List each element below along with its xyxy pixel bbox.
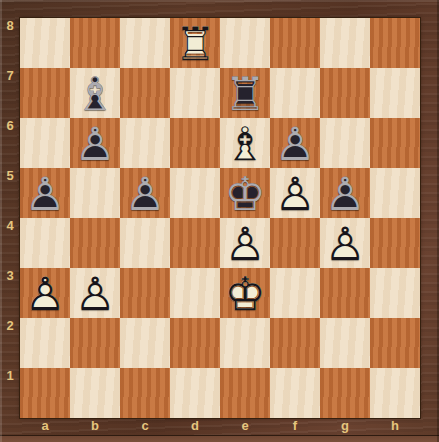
bishop-glyph-outline: ♗ xyxy=(220,118,270,168)
piece-black-pawn-a5[interactable]: ♟♙ xyxy=(20,168,70,218)
king-glyph-outline: ♔ xyxy=(220,168,270,218)
square-c1[interactable] xyxy=(120,368,170,418)
file-label-g: g xyxy=(320,418,370,438)
square-g8[interactable] xyxy=(320,18,370,68)
square-g4[interactable]: ♟♙ xyxy=(320,218,370,268)
file-label-e: e xyxy=(220,418,270,438)
chess-board: ♜♖♝♗♜♖♟♙♝♗♟♙♟♙♟♙♚♔♟♙♟♙♟♙♟♙♟♙♟♙♚♔ xyxy=(20,18,420,418)
square-b6[interactable]: ♟♙ xyxy=(70,118,120,168)
square-a1[interactable] xyxy=(20,368,70,418)
piece-black-pawn-f6[interactable]: ♟♙ xyxy=(270,118,320,168)
piece-white-pawn-f5[interactable]: ♟♙ xyxy=(270,168,320,218)
pawn-glyph-outline: ♙ xyxy=(270,168,320,218)
square-f7[interactable] xyxy=(270,68,320,118)
bishop-glyph-outline: ♗ xyxy=(70,68,120,118)
square-g7[interactable] xyxy=(320,68,370,118)
square-b7[interactable]: ♝♗ xyxy=(70,68,120,118)
piece-black-pawn-g5[interactable]: ♟♙ xyxy=(320,168,370,218)
piece-white-king-e3[interactable]: ♚♔ xyxy=(220,268,270,318)
square-d5[interactable] xyxy=(170,168,220,218)
square-d1[interactable] xyxy=(170,368,220,418)
square-c7[interactable] xyxy=(120,68,170,118)
rank-label-3: 3 xyxy=(0,268,20,318)
square-b4[interactable] xyxy=(70,218,120,268)
square-c2[interactable] xyxy=(120,318,170,368)
square-h8[interactable] xyxy=(370,18,420,68)
square-e4[interactable]: ♟♙ xyxy=(220,218,270,268)
piece-white-pawn-a3[interactable]: ♟♙ xyxy=(20,268,70,318)
square-b3[interactable]: ♟♙ xyxy=(70,268,120,318)
rank-labels: 87654321 xyxy=(0,18,20,418)
square-h6[interactable] xyxy=(370,118,420,168)
chess-app: 87654321 abcdefgh ♜♖♝♗♜♖♟♙♝♗♟♙♟♙♟♙♚♔♟♙♟♙… xyxy=(0,0,439,442)
file-label-d: d xyxy=(170,418,220,438)
square-b8[interactable] xyxy=(70,18,120,68)
square-f2[interactable] xyxy=(270,318,320,368)
file-label-b: b xyxy=(70,418,120,438)
pawn-glyph-outline: ♙ xyxy=(70,268,120,318)
piece-black-king-e5[interactable]: ♚♔ xyxy=(220,168,270,218)
square-d8[interactable]: ♜♖ xyxy=(170,18,220,68)
square-e5[interactable]: ♚♔ xyxy=(220,168,270,218)
square-f8[interactable] xyxy=(270,18,320,68)
king-glyph-outline: ♔ xyxy=(220,268,270,318)
rank-label-6: 6 xyxy=(0,118,20,168)
pawn-glyph-outline: ♙ xyxy=(220,218,270,268)
square-h1[interactable] xyxy=(370,368,420,418)
file-label-h: h xyxy=(370,418,420,438)
square-e6[interactable]: ♝♗ xyxy=(220,118,270,168)
square-e3[interactable]: ♚♔ xyxy=(220,268,270,318)
file-label-f: f xyxy=(270,418,320,438)
square-e1[interactable] xyxy=(220,368,270,418)
square-g6[interactable] xyxy=(320,118,370,168)
square-a4[interactable] xyxy=(20,218,70,268)
square-f1[interactable] xyxy=(270,368,320,418)
rank-label-4: 4 xyxy=(0,218,20,268)
square-c3[interactable] xyxy=(120,268,170,318)
pawn-glyph-outline: ♙ xyxy=(120,168,170,218)
square-h5[interactable] xyxy=(370,168,420,218)
square-g2[interactable] xyxy=(320,318,370,368)
square-b2[interactable] xyxy=(70,318,120,368)
square-c8[interactable] xyxy=(120,18,170,68)
file-labels: abcdefgh xyxy=(20,418,420,438)
pawn-glyph-outline: ♙ xyxy=(320,218,370,268)
rook-glyph-outline: ♖ xyxy=(220,68,270,118)
piece-black-bishop-b7[interactable]: ♝♗ xyxy=(70,68,120,118)
piece-black-rook-e7[interactable]: ♜♖ xyxy=(220,68,270,118)
pawn-glyph-outline: ♙ xyxy=(320,168,370,218)
rank-label-5: 5 xyxy=(0,168,20,218)
pawn-glyph-outline: ♙ xyxy=(270,118,320,168)
square-c4[interactable] xyxy=(120,218,170,268)
square-c5[interactable]: ♟♙ xyxy=(120,168,170,218)
square-e2[interactable] xyxy=(220,318,270,368)
square-g3[interactable] xyxy=(320,268,370,318)
square-f6[interactable]: ♟♙ xyxy=(270,118,320,168)
pawn-glyph-outline: ♙ xyxy=(20,268,70,318)
file-label-a: a xyxy=(20,418,70,438)
frame-top-highlight xyxy=(0,0,439,2)
square-b5[interactable] xyxy=(70,168,120,218)
square-g5[interactable]: ♟♙ xyxy=(320,168,370,218)
piece-white-bishop-e6[interactable]: ♝♗ xyxy=(220,118,270,168)
rank-label-2: 2 xyxy=(0,318,20,368)
square-e8[interactable] xyxy=(220,18,270,68)
piece-white-pawn-e4[interactable]: ♟♙ xyxy=(220,218,270,268)
rook-glyph-outline: ♖ xyxy=(170,18,220,68)
piece-white-pawn-g4[interactable]: ♟♙ xyxy=(320,218,370,268)
square-d3[interactable] xyxy=(170,268,220,318)
square-a2[interactable] xyxy=(20,318,70,368)
square-d7[interactable] xyxy=(170,68,220,118)
rank-label-1: 1 xyxy=(0,368,20,418)
piece-black-pawn-b6[interactable]: ♟♙ xyxy=(70,118,120,168)
pawn-glyph-outline: ♙ xyxy=(20,168,70,218)
square-g1[interactable] xyxy=(320,368,370,418)
square-f3[interactable] xyxy=(270,268,320,318)
square-h3[interactable] xyxy=(370,268,420,318)
square-e7[interactable]: ♜♖ xyxy=(220,68,270,118)
square-f5[interactable]: ♟♙ xyxy=(270,168,320,218)
rank-label-7: 7 xyxy=(0,68,20,118)
square-b1[interactable] xyxy=(70,368,120,418)
square-h7[interactable] xyxy=(370,68,420,118)
square-h2[interactable] xyxy=(370,318,420,368)
square-a5[interactable]: ♟♙ xyxy=(20,168,70,218)
piece-white-pawn-b3[interactable]: ♟♙ xyxy=(70,268,120,318)
square-a6[interactable] xyxy=(20,118,70,168)
square-f4[interactable] xyxy=(270,218,320,268)
piece-black-pawn-c5[interactable]: ♟♙ xyxy=(120,168,170,218)
pawn-glyph-outline: ♙ xyxy=(70,118,120,168)
square-a3[interactable]: ♟♙ xyxy=(20,268,70,318)
square-d6[interactable] xyxy=(170,118,220,168)
square-a7[interactable] xyxy=(20,68,70,118)
square-d4[interactable] xyxy=(170,218,220,268)
file-label-c: c xyxy=(120,418,170,438)
square-h4[interactable] xyxy=(370,218,420,268)
rank-label-8: 8 xyxy=(0,18,20,68)
square-d2[interactable] xyxy=(170,318,220,368)
square-a8[interactable] xyxy=(20,18,70,68)
square-c6[interactable] xyxy=(120,118,170,168)
piece-white-rook-d8[interactable]: ♜♖ xyxy=(170,18,220,68)
